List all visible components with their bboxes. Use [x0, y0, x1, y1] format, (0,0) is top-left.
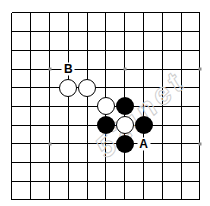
intersection-1-2 — [21, 41, 40, 60]
intersection-5-10 — [97, 191, 116, 206]
intersection-8-4 — [153, 78, 172, 97]
intersection-6-1 — [115, 22, 134, 41]
intersection-3-3: B — [59, 60, 78, 79]
intersection-1-1 — [21, 22, 40, 41]
intersection-2-5 — [40, 97, 59, 116]
intersection-5-4 — [97, 78, 116, 97]
intersection-9-9 — [172, 172, 191, 191]
intersection-0-0 — [3, 4, 22, 23]
intersection-7-10 — [134, 191, 153, 206]
intersection-7-4 — [134, 78, 153, 97]
intersection-10-2 — [191, 41, 210, 60]
intersection-6-4 — [115, 78, 134, 97]
intersection-8-8 — [153, 153, 172, 172]
intersection-2-10 — [40, 191, 59, 206]
intersection-1-5 — [21, 97, 40, 116]
intersection-3-1 — [59, 22, 78, 41]
intersection-2-3 — [40, 60, 59, 79]
intersection-8-6 — [153, 116, 172, 135]
intersection-10-3 — [191, 60, 210, 79]
intersection-1-6 — [21, 116, 40, 135]
white-stone — [97, 97, 115, 115]
intersection-4-6 — [78, 116, 97, 135]
intersection-8-7 — [153, 134, 172, 153]
intersection-6-5 — [115, 97, 134, 116]
intersection-2-7 — [40, 134, 59, 153]
intersection-0-2 — [3, 41, 22, 60]
intersection-8-9 — [153, 172, 172, 191]
intersection-7-5 — [134, 97, 153, 116]
intersection-6-9 — [115, 172, 134, 191]
intersection-7-3 — [134, 60, 153, 79]
intersection-6-8 — [115, 153, 134, 172]
intersection-0-8 — [3, 153, 22, 172]
intersection-5-0 — [97, 4, 116, 23]
intersection-5-2 — [97, 41, 116, 60]
intersection-4-10 — [78, 191, 97, 206]
intersection-1-4 — [21, 78, 40, 97]
intersection-5-9 — [97, 172, 116, 191]
intersection-2-6 — [40, 116, 59, 135]
intersection-8-1 — [153, 22, 172, 41]
intersection-9-3 — [172, 60, 191, 79]
intersection-6-0 — [115, 4, 134, 23]
intersection-1-7 — [21, 134, 40, 153]
intersection-2-8 — [40, 153, 59, 172]
intersection-0-4 — [3, 78, 22, 97]
intersection-3-8 — [59, 153, 78, 172]
star-point — [198, 142, 201, 145]
intersection-9-6 — [172, 116, 191, 135]
intersection-3-5 — [59, 97, 78, 116]
intersection-3-4 — [59, 78, 78, 97]
intersection-4-0 — [78, 4, 97, 23]
intersection-8-3 — [153, 60, 172, 79]
intersection-6-6 — [115, 116, 134, 135]
intersection-6-2 — [115, 41, 134, 60]
intersection-2-4 — [40, 78, 59, 97]
white-stone — [59, 79, 77, 97]
star-point — [48, 142, 51, 145]
star-point — [198, 68, 201, 71]
intersection-0-1 — [3, 22, 22, 41]
intersection-9-2 — [172, 41, 191, 60]
intersection-9-0 — [172, 4, 191, 23]
intersection-3-9 — [59, 172, 78, 191]
diagram-canvas: BA 52inet — [0, 0, 210, 206]
intersection-4-1 — [78, 22, 97, 41]
star-point — [48, 68, 51, 71]
intersection-7-1 — [134, 22, 153, 41]
intersection-8-0 — [153, 4, 172, 23]
intersection-3-0 — [59, 4, 78, 23]
intersection-9-7 — [172, 134, 191, 153]
intersection-1-10 — [21, 191, 40, 206]
intersection-10-4 — [191, 78, 210, 97]
intersection-6-10 — [115, 191, 134, 206]
intersection-0-6 — [3, 116, 22, 135]
intersection-1-0 — [21, 4, 40, 23]
intersection-4-8 — [78, 153, 97, 172]
intersection-9-5 — [172, 97, 191, 116]
intersection-5-5 — [97, 97, 116, 116]
intersection-2-0 — [40, 4, 59, 23]
black-stone — [116, 135, 134, 153]
intersection-10-5 — [191, 97, 210, 116]
intersection-5-8 — [97, 153, 116, 172]
intersection-3-6 — [59, 116, 78, 135]
intersection-0-3 — [3, 60, 22, 79]
intersection-9-10 — [172, 191, 191, 206]
intersection-10-7 — [191, 134, 210, 153]
intersection-9-4 — [172, 78, 191, 97]
black-stone — [135, 116, 153, 134]
intersection-7-0 — [134, 4, 153, 23]
intersection-5-7 — [97, 134, 116, 153]
intersection-0-7 — [3, 134, 22, 153]
intersection-1-3 — [21, 60, 40, 79]
intersection-4-4 — [78, 78, 97, 97]
intersection-10-9 — [191, 172, 210, 191]
white-stone — [78, 79, 96, 97]
intersection-7-7: A — [134, 134, 153, 153]
black-stone — [116, 97, 134, 115]
intersection-8-2 — [153, 41, 172, 60]
intersection-10-10 — [191, 191, 210, 206]
intersection-10-8 — [191, 153, 210, 172]
intersection-7-6 — [134, 116, 153, 135]
intersection-7-2 — [134, 41, 153, 60]
intersection-1-8 — [21, 153, 40, 172]
intersection-10-0 — [191, 4, 210, 23]
star-point — [123, 68, 126, 71]
intersection-0-10 — [3, 191, 22, 206]
white-stone — [116, 116, 134, 134]
intersection-7-9 — [134, 172, 153, 191]
board: BA — [3, 4, 210, 206]
intersection-0-9 — [3, 172, 22, 191]
intersection-3-2 — [59, 41, 78, 60]
intersection-8-5 — [153, 97, 172, 116]
intersection-10-6 — [191, 116, 210, 135]
intersection-4-3 — [78, 60, 97, 79]
intersection-4-7 — [78, 134, 97, 153]
intersection-2-1 — [40, 22, 59, 41]
label-a: A — [137, 137, 150, 150]
intersection-5-6 — [97, 116, 116, 135]
intersection-2-9 — [40, 172, 59, 191]
intersection-3-10 — [59, 191, 78, 206]
intersection-6-3 — [115, 60, 134, 79]
intersection-7-8 — [134, 153, 153, 172]
intersection-0-5 — [3, 97, 22, 116]
intersection-9-1 — [172, 22, 191, 41]
intersection-5-1 — [97, 22, 116, 41]
intersection-4-5 — [78, 97, 97, 116]
intersection-6-7 — [115, 134, 134, 153]
intersection-4-9 — [78, 172, 97, 191]
intersection-9-8 — [172, 153, 191, 172]
label-b: B — [62, 63, 75, 76]
intersection-5-3 — [97, 60, 116, 79]
intersection-2-2 — [40, 41, 59, 60]
black-stone — [97, 116, 115, 134]
intersection-10-1 — [191, 22, 210, 41]
intersection-8-10 — [153, 191, 172, 206]
intersection-1-9 — [21, 172, 40, 191]
intersection-4-2 — [78, 41, 97, 60]
intersection-3-7 — [59, 134, 78, 153]
